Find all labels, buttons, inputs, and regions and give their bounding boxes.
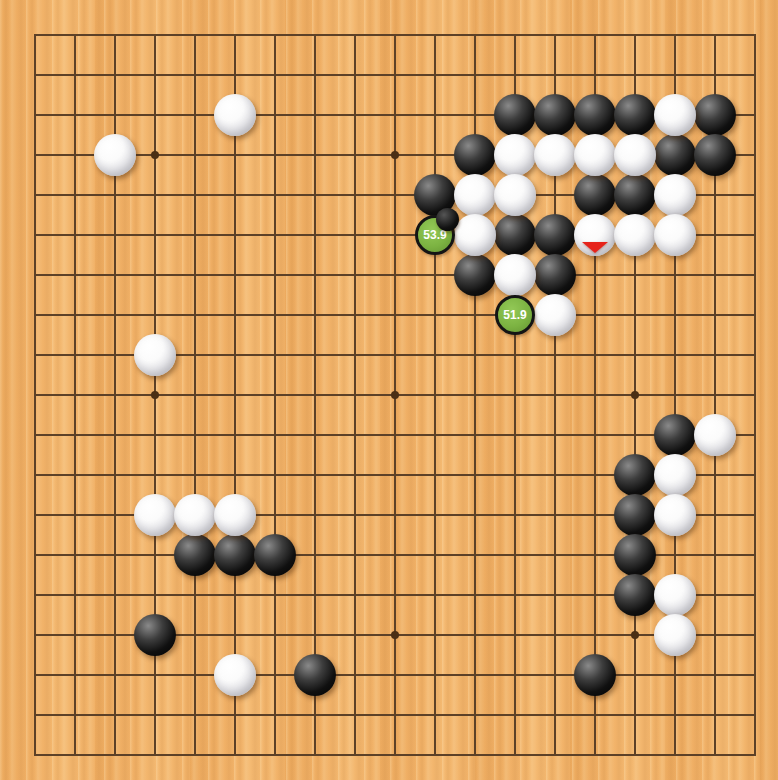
star-point: [631, 391, 639, 399]
grid-line-horizontal: [34, 674, 756, 676]
stone-black-r16: [654, 134, 696, 176]
grid-line-horizontal: [34, 754, 756, 756]
stone-white-d11: [134, 334, 176, 376]
stone-black-s16: [694, 134, 736, 176]
stone-black-p3: [574, 654, 616, 696]
stone-white-r5: [654, 574, 696, 616]
stone-black-g6: [254, 534, 296, 576]
stone-black-q15: [614, 174, 656, 216]
stone-black-d4: [134, 614, 176, 656]
stone-white-s9: [694, 414, 736, 456]
stone-white-m15: [454, 174, 496, 216]
stone-white-r4: [654, 614, 696, 656]
stone-white-r14: [654, 214, 696, 256]
ai-hint-n12[interactable]: 51.9: [495, 295, 535, 335]
stone-white-n16: [494, 134, 536, 176]
star-point: [151, 151, 159, 159]
stone-white-q16: [614, 134, 656, 176]
stone-black-q5: [614, 574, 656, 616]
stone-white-n13: [494, 254, 536, 296]
stone-black-m13: [454, 254, 496, 296]
stone-white-d7: [134, 494, 176, 536]
stone-black-e6: [174, 534, 216, 576]
stone-black-o13: [534, 254, 576, 296]
ai-hint-score: 51.9: [498, 298, 532, 332]
stone-black-q6: [614, 534, 656, 576]
go-review-screen: { "game": "go", "app": {"view": "go-boar…: [0, 0, 778, 780]
variation-badge: [436, 208, 459, 231]
stone-black-r9: [654, 414, 696, 456]
stone-black-p15: [574, 174, 616, 216]
stone-white-q14: [614, 214, 656, 256]
star-point: [391, 631, 399, 639]
stone-black-q8: [614, 454, 656, 496]
star-point: [631, 631, 639, 639]
star-point: [151, 391, 159, 399]
stone-white-r8: [654, 454, 696, 496]
stone-black-q17: [614, 94, 656, 136]
stone-white-r17: [654, 94, 696, 136]
stone-black-o17: [534, 94, 576, 136]
stone-black-n14: [494, 214, 536, 256]
grid-line-vertical: [754, 34, 756, 756]
stone-white-f7: [214, 494, 256, 536]
stone-white-p16: [574, 134, 616, 176]
stone-black-s17: [694, 94, 736, 136]
grid-line-horizontal: [34, 434, 756, 436]
stone-black-p17: [574, 94, 616, 136]
star-point: [391, 391, 399, 399]
stone-black-q7: [614, 494, 656, 536]
stone-white-m14: [454, 214, 496, 256]
stone-black-n17: [494, 94, 536, 136]
stone-white-c16: [94, 134, 136, 176]
stone-white-r15: [654, 174, 696, 216]
stone-white-r7: [654, 494, 696, 536]
stone-white-o12: [534, 294, 576, 336]
mistake-triangle-icon: [582, 242, 608, 253]
stone-white-o16: [534, 134, 576, 176]
stone-white-e7: [174, 494, 216, 536]
stone-black-h3: [294, 654, 336, 696]
stone-black-f6: [214, 534, 256, 576]
stone-white-f3: [214, 654, 256, 696]
stone-white-f17: [214, 94, 256, 136]
grid-line-horizontal: [34, 714, 756, 716]
stone-black-o14: [534, 214, 576, 256]
grid-line-vertical: [434, 34, 436, 756]
star-point: [391, 151, 399, 159]
go-board[interactable]: 53.951.9: [0, 0, 778, 780]
stone-black-m16: [454, 134, 496, 176]
stone-white-n15: [494, 174, 536, 216]
